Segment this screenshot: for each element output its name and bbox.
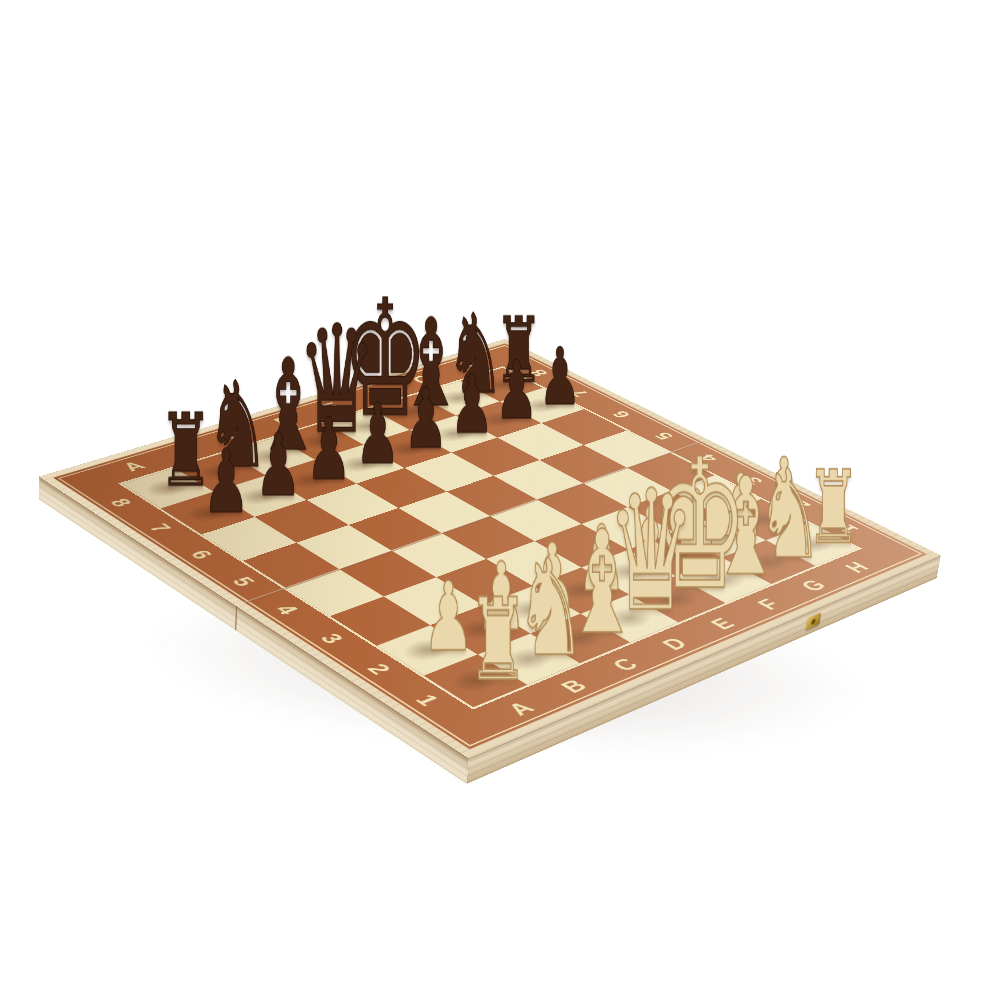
printed-board-surface: ABCDEFGH ABCDEFGH 87654321 87654321 ♜♞♝♛… <box>53 344 926 750</box>
square-c5[interactable] <box>348 508 441 551</box>
brass-clasp <box>806 612 822 630</box>
piece-black-pawn[interactable]: ♟ <box>403 380 447 459</box>
piece-black-pawn[interactable]: ♟ <box>255 424 302 506</box>
square-a8[interactable]: ♜ <box>122 468 214 509</box>
piece-black-pawn[interactable]: ♟ <box>355 394 400 474</box>
piece-black-pawn[interactable]: ♟ <box>202 440 249 524</box>
piece-black-pawn[interactable]: ♟ <box>450 366 494 443</box>
product-photo-scene: ABCDEFGH ABCDEFGH 87654321 87654321 ♜♞♝♛… <box>0 0 1000 1000</box>
chess-board: ABCDEFGH ABCDEFGH 87654321 87654321 ♜♞♝♛… <box>143 169 836 862</box>
rank-label: 6 <box>586 400 658 429</box>
fold-seam-side <box>235 606 237 631</box>
piece-white-rook[interactable]: ♜ <box>467 586 528 694</box>
piece-black-pawn[interactable]: ♟ <box>306 409 352 490</box>
piece-white-pawn[interactable]: ♟ <box>422 572 474 663</box>
